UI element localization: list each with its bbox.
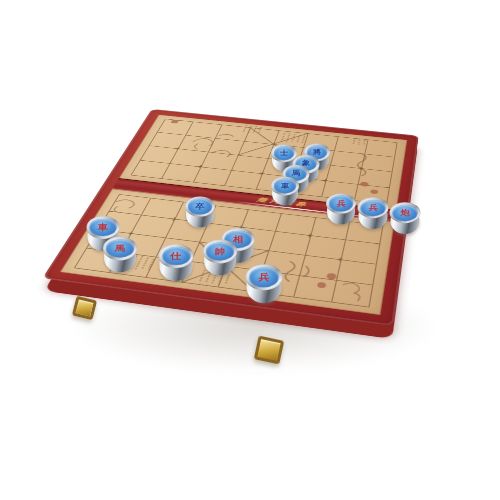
board-cell[interactable] — [141, 198, 183, 219]
piece-chrome-rim: 車 — [271, 176, 299, 195]
board-cell[interactable] — [131, 215, 174, 237]
piece-character: 馬 — [115, 244, 125, 252]
board-cell[interactable] — [336, 259, 377, 285]
board-cell[interactable] — [275, 213, 315, 235]
board-cell[interactable] — [304, 235, 344, 259]
piece-blue-cap: 兵 — [361, 200, 386, 216]
piece-chrome-rim: 兵 — [246, 264, 283, 290]
piece-character: 車 — [98, 223, 108, 231]
piece-character: 仕 — [171, 252, 182, 261]
piece-chrome-rim: 帥 — [203, 239, 237, 263]
piece-blue-cap: 帥 — [206, 242, 233, 260]
board-cell[interactable] — [109, 194, 151, 215]
piece-character: 炮 — [400, 209, 409, 216]
piece-blue-cap: 車 — [90, 219, 116, 237]
piece-chrome-rim: 馬 — [103, 236, 137, 260]
piece-blue-cap: 兵 — [249, 267, 279, 286]
piece-character: 兵 — [258, 272, 269, 281]
board-cell[interactable] — [340, 239, 380, 263]
piece-red-R1[interactable]: 兵 — [326, 194, 356, 226]
piece-blue-B5[interactable]: 車 — [271, 176, 299, 206]
piece-red-R3[interactable]: 炮 — [390, 202, 421, 235]
piece-chrome-rim: 車 — [87, 216, 120, 239]
piece-red-R9[interactable]: 兵 — [246, 264, 283, 304]
piece-red-R8[interactable]: 仕 — [159, 244, 194, 282]
piece-chrome-rim: 炮 — [390, 202, 421, 223]
piece-blue-cap: 卒 — [188, 199, 212, 215]
piece-blue-cap: 兵 — [329, 196, 353, 212]
piece-character: 卒 — [196, 203, 205, 210]
piece-red-R5[interactable]: 馬 — [103, 236, 137, 273]
product-photo-stage: 楚河漢界 — [0, 0, 500, 500]
piece-red-R7[interactable]: 帥 — [203, 239, 237, 276]
board-cell[interactable] — [331, 280, 374, 307]
board-cell[interactable] — [269, 231, 310, 255]
board-cell[interactable] — [299, 255, 341, 280]
piece-blue-cap: 士 — [274, 146, 295, 160]
brass-latch-center — [254, 336, 284, 365]
piece-character: 兵 — [337, 200, 346, 207]
piece-character: 兵 — [368, 204, 377, 211]
piece-blue-B6[interactable]: 卒 — [185, 197, 215, 229]
piece-blue-cap: 馬 — [106, 239, 133, 257]
board-cell[interactable] — [292, 275, 335, 302]
piece-character: 車 — [281, 183, 289, 190]
piece-chrome-rim: 兵 — [358, 197, 389, 218]
piece-blue-cap: 仕 — [162, 247, 190, 265]
piece-character: 士 — [280, 150, 288, 157]
piece-character: 帥 — [215, 247, 225, 255]
piece-blue-cap: 炮 — [393, 205, 418, 221]
piece-red-R2[interactable]: 兵 — [358, 197, 389, 230]
piece-blue-cap: 車 — [274, 179, 296, 194]
